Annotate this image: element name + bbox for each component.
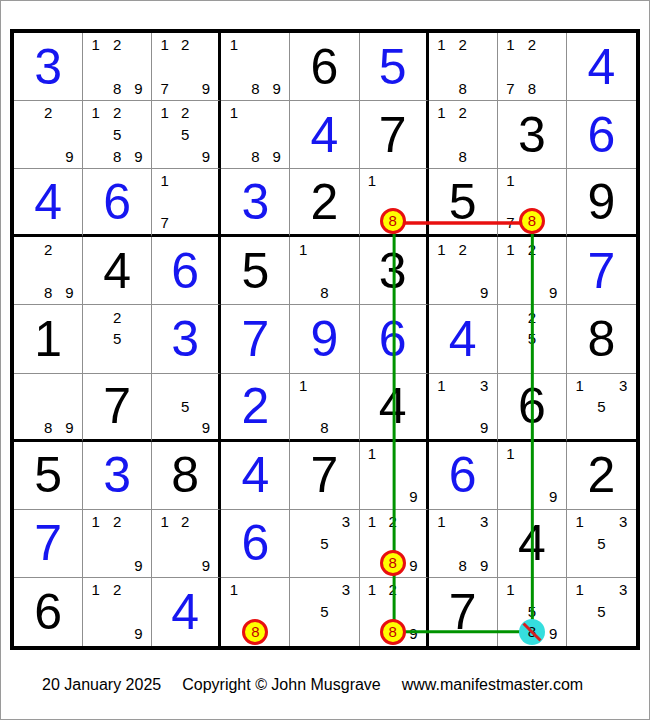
cell-r1c7[interactable]: 128 xyxy=(429,33,498,101)
solved-digit: 6 xyxy=(152,237,218,304)
footer-copyright: Copyright © John Musgrave xyxy=(182,676,381,694)
pencil-marks: 135 xyxy=(569,579,634,645)
cell-r8c3[interactable]: 129 xyxy=(152,510,221,578)
cell-r2c3[interactable]: 1259 xyxy=(152,101,221,169)
pencil-marks: 135 xyxy=(569,375,634,438)
cell-r6c2[interactable]: 7 xyxy=(83,374,152,442)
pencil-marks: 129 xyxy=(431,238,495,303)
footer: 20 January 2025 Copyright © John Musgrav… xyxy=(42,676,583,694)
strike-line xyxy=(522,622,541,641)
cell-r6c4[interactable]: 2 xyxy=(221,374,290,442)
cell-r1c3[interactable]: 1279 xyxy=(152,33,221,101)
pencil-marks: 289 xyxy=(16,238,80,303)
given-digit: 7 xyxy=(429,578,497,646)
cell-r5c6[interactable]: 6 xyxy=(360,305,429,373)
cell-r6c6[interactable]: 4 xyxy=(360,374,429,442)
cell-r1c1[interactable]: 3 xyxy=(14,33,83,101)
given-digit: 8 xyxy=(152,442,218,509)
pencil-marks: 129 xyxy=(85,579,149,645)
cell-r8c2[interactable]: 129 xyxy=(83,510,152,578)
pencil-marks: 129 xyxy=(85,511,149,576)
cell-r3c6[interactable]: 188 xyxy=(360,169,429,237)
cell-r5c3[interactable]: 3 xyxy=(152,305,221,373)
pencil-marks: 1289 xyxy=(85,34,149,99)
cell-r5c4[interactable]: 7 xyxy=(221,305,290,373)
pencil-marks: 1279 xyxy=(154,34,216,99)
cell-r9c8[interactable]: 15898 xyxy=(498,578,567,646)
given-digit: 1 xyxy=(14,305,82,372)
cell-r6c3[interactable]: 59 xyxy=(152,374,221,442)
footer-url: www.manifestmaster.com xyxy=(402,676,583,694)
given-digit: 9 xyxy=(567,169,636,234)
given-digit: 6 xyxy=(290,33,358,100)
cell-r8c8[interactable]: 4 xyxy=(498,510,567,578)
cell-r6c9[interactable]: 135 xyxy=(567,374,636,442)
given-digit: 4 xyxy=(360,374,426,439)
pencil-marks: 189 xyxy=(223,34,287,99)
solved-digit: 9 xyxy=(290,305,358,372)
solved-digit: 5 xyxy=(360,33,426,100)
solved-digit: 6 xyxy=(83,169,151,234)
pencil-marks: 129 xyxy=(154,511,216,576)
solved-digit: 6 xyxy=(429,442,497,509)
cell-r2c4[interactable]: 189 xyxy=(221,101,290,169)
cell-r6c8[interactable]: 6 xyxy=(498,374,567,442)
cell-r2c9[interactable]: 6 xyxy=(567,101,636,169)
cell-r4c6[interactable]: 3 xyxy=(360,237,429,305)
pencil-marks: 139 xyxy=(431,375,495,438)
cell-r7c4[interactable]: 4 xyxy=(221,442,290,510)
chain-node-circle: 8 xyxy=(380,550,406,576)
pencil-marks: 135 xyxy=(569,511,634,576)
pencil-marks: 1259 xyxy=(154,102,216,167)
given-digit: 5 xyxy=(221,237,289,304)
cell-r9c7[interactable]: 7 xyxy=(429,578,498,646)
cell-r8c7[interactable]: 1389 xyxy=(429,510,498,578)
solved-digit: 7 xyxy=(567,237,636,304)
pencil-marks: 25 xyxy=(500,306,564,371)
cell-r8c1[interactable]: 7 xyxy=(14,510,83,578)
cell-r2c1[interactable]: 29 xyxy=(14,101,83,169)
cell-r1c2[interactable]: 1289 xyxy=(83,33,152,101)
given-digit: 5 xyxy=(429,169,497,234)
cell-r8c6[interactable]: 12898 xyxy=(360,510,429,578)
solved-digit: 7 xyxy=(14,510,82,577)
cell-r3c8[interactable]: 1788 xyxy=(498,169,567,237)
cell-r5c2[interactable]: 25 xyxy=(83,305,152,373)
cell-r5c1[interactable]: 1 xyxy=(14,305,83,373)
solved-digit: 3 xyxy=(221,169,289,234)
solved-digit: 3 xyxy=(152,305,218,372)
solved-digit: 4 xyxy=(152,578,218,646)
cell-r7c5[interactable]: 7 xyxy=(290,442,359,510)
cell-r7c1[interactable]: 5 xyxy=(14,442,83,510)
cell-r5c9[interactable]: 8 xyxy=(567,305,636,373)
pencil-marks: 29 xyxy=(16,102,80,167)
cell-r3c5[interactable]: 2 xyxy=(290,169,359,237)
given-digit: 5 xyxy=(14,442,82,509)
elimination-circle: 8 xyxy=(519,619,545,645)
solved-digit: 4 xyxy=(14,169,82,234)
cell-r4c8[interactable]: 129 xyxy=(498,237,567,305)
cell-r9c3[interactable]: 4 xyxy=(152,578,221,646)
pencil-marks: 129 xyxy=(500,238,564,303)
cell-r1c9[interactable]: 4 xyxy=(567,33,636,101)
sudoku-grid: 3128912791896512812784291258912591894712… xyxy=(10,29,640,650)
given-digit: 3 xyxy=(498,101,566,168)
cell-r7c6[interactable]: 19 xyxy=(360,442,429,510)
solved-digit: 6 xyxy=(221,510,289,577)
pencil-marks: 189 xyxy=(223,102,287,167)
solved-digit: 6 xyxy=(360,305,426,372)
pencil-marks: 1278 xyxy=(500,34,564,99)
cell-r4c2[interactable]: 4 xyxy=(83,237,152,305)
pencil-marks: 19 xyxy=(500,443,564,508)
solved-digit: 4 xyxy=(221,442,289,509)
given-digit: 7 xyxy=(83,374,151,439)
cell-r7c7[interactable]: 6 xyxy=(429,442,498,510)
solved-digit: 4 xyxy=(567,33,636,100)
solved-digit: 4 xyxy=(429,305,497,372)
chain-node-circle: 8 xyxy=(242,619,268,645)
given-digit: 4 xyxy=(498,510,566,577)
given-digit: 2 xyxy=(567,442,636,509)
cell-r8c5[interactable]: 35 xyxy=(290,510,359,578)
cell-r3c4[interactable]: 3 xyxy=(221,169,290,237)
cell-r5c5[interactable]: 9 xyxy=(290,305,359,373)
given-digit: 6 xyxy=(498,374,566,439)
pencil-marks: 128 xyxy=(431,102,495,167)
cell-r5c8[interactable]: 25 xyxy=(498,305,567,373)
cell-r8c9[interactable]: 135 xyxy=(567,510,636,578)
chain-node-circle: 8 xyxy=(519,208,545,234)
cell-r4c1[interactable]: 289 xyxy=(14,237,83,305)
cell-r1c6[interactable]: 5 xyxy=(360,33,429,101)
cell-r9c9[interactable]: 135 xyxy=(567,578,636,646)
cell-r2c5[interactable]: 4 xyxy=(290,101,359,169)
cell-r9c1[interactable]: 6 xyxy=(14,578,83,646)
pencil-marks: 128 xyxy=(431,34,495,99)
cell-r1c5[interactable]: 6 xyxy=(290,33,359,101)
cell-r7c9[interactable]: 2 xyxy=(567,442,636,510)
cell-r3c3[interactable]: 17 xyxy=(152,169,221,237)
cell-r4c7[interactable]: 129 xyxy=(429,237,498,305)
cell-r3c9[interactable]: 9 xyxy=(567,169,636,237)
pencil-marks: 89 xyxy=(16,375,80,438)
solved-digit: 2 xyxy=(221,374,289,439)
cell-r3c1[interactable]: 4 xyxy=(14,169,83,237)
chain-node-circle: 8 xyxy=(380,619,406,645)
cell-r5c7[interactable]: 4 xyxy=(429,305,498,373)
cell-r9c4[interactable]: 188 xyxy=(221,578,290,646)
given-digit: 7 xyxy=(290,442,358,509)
cell-r7c8[interactable]: 19 xyxy=(498,442,567,510)
sudoku-page: { "game": "sudoku", "position": "3000650… xyxy=(0,0,650,720)
given-digit: 2 xyxy=(290,169,358,234)
cell-r2c8[interactable]: 3 xyxy=(498,101,567,169)
pencil-marks: 35 xyxy=(292,579,356,645)
cell-r2c6[interactable]: 7 xyxy=(360,101,429,169)
given-digit: 8 xyxy=(567,305,636,372)
pencil-marks: 25 xyxy=(85,306,149,371)
cell-r9c5[interactable]: 35 xyxy=(290,578,359,646)
footer-date: 20 January 2025 xyxy=(42,676,161,694)
solved-digit: 3 xyxy=(83,442,151,509)
cell-r6c5[interactable]: 18 xyxy=(290,374,359,442)
cell-r7c3[interactable]: 8 xyxy=(152,442,221,510)
cell-r4c9[interactable]: 7 xyxy=(567,237,636,305)
given-digit: 6 xyxy=(14,578,82,646)
cell-r4c3[interactable]: 6 xyxy=(152,237,221,305)
cell-r9c6[interactable]: 12898 xyxy=(360,578,429,646)
pencil-marks: 18 xyxy=(292,375,356,438)
cell-r2c7[interactable]: 128 xyxy=(429,101,498,169)
cell-r7c2[interactable]: 3 xyxy=(83,442,152,510)
pencil-marks: 35 xyxy=(292,511,356,576)
solved-digit: 4 xyxy=(290,101,358,168)
solved-digit: 3 xyxy=(14,33,82,100)
cell-r6c7[interactable]: 139 xyxy=(429,374,498,442)
cell-r8c4[interactable]: 6 xyxy=(221,510,290,578)
solved-digit: 6 xyxy=(567,101,636,168)
cell-r9c2[interactable]: 129 xyxy=(83,578,152,646)
given-digit: 4 xyxy=(83,237,151,304)
cell-r6c1[interactable]: 89 xyxy=(14,374,83,442)
pencil-marks: 17 xyxy=(154,170,216,233)
cell-r2c2[interactable]: 12589 xyxy=(83,101,152,169)
cell-r1c8[interactable]: 1278 xyxy=(498,33,567,101)
cell-r1c4[interactable]: 189 xyxy=(221,33,290,101)
given-digit: 7 xyxy=(360,101,426,168)
cell-r3c2[interactable]: 6 xyxy=(83,169,152,237)
pencil-marks: 1389 xyxy=(431,511,495,576)
cell-r4c4[interactable]: 5 xyxy=(221,237,290,305)
pencil-marks: 59 xyxy=(154,375,216,438)
solved-digit: 7 xyxy=(221,305,289,372)
cell-r4c5[interactable]: 18 xyxy=(290,237,359,305)
cell-r3c7[interactable]: 5 xyxy=(429,169,498,237)
pencil-marks: 19 xyxy=(362,443,424,508)
chain-node-circle: 8 xyxy=(380,208,406,234)
pencil-marks: 12589 xyxy=(85,102,149,167)
pencil-marks: 18 xyxy=(292,238,356,303)
given-digit: 3 xyxy=(360,237,426,304)
